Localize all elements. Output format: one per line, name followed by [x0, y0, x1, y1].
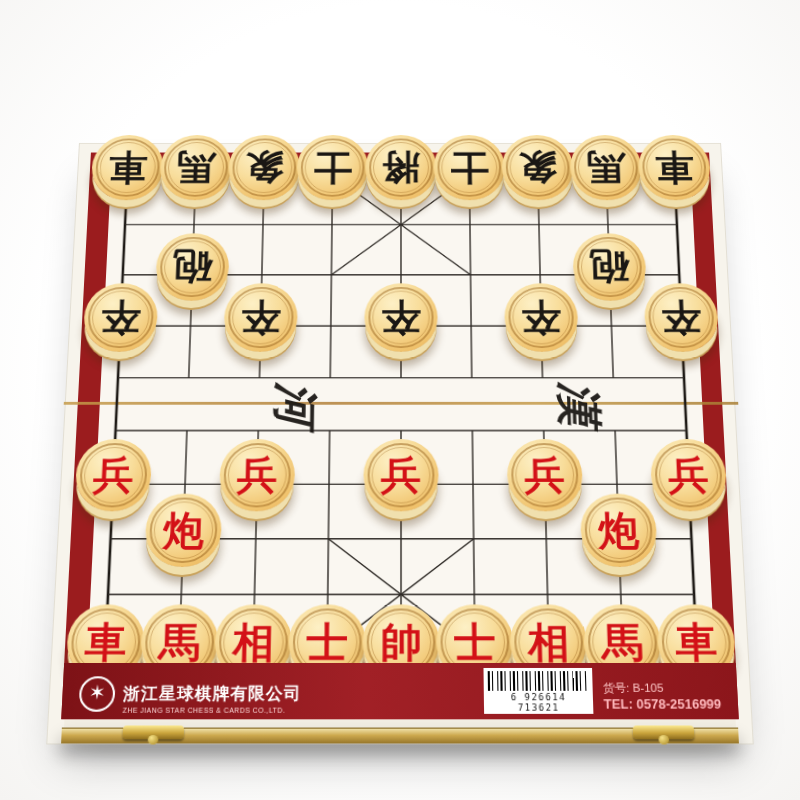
piece-character: 相 — [527, 621, 570, 662]
piece-character: 兵 — [381, 456, 422, 495]
piece-character: 卒 — [100, 299, 141, 336]
item-number: 货号: B-105 — [603, 681, 721, 696]
barcode-digits: 6 926614 713621 — [488, 692, 589, 713]
piece-black-soldier[interactable]: 卒 — [364, 283, 437, 352]
barcode-bars — [488, 671, 589, 691]
brand-block: ✶ 浙江星球棋牌有限公司 ZHE JIANG STAR CHESS & CARD… — [78, 676, 301, 714]
barcode: 6 926614 713621 — [484, 668, 594, 714]
piece-character: 卒 — [241, 299, 281, 336]
folding-board: 河 漢 車馬象士將士象馬車砲砲卒卒卒卒卒兵兵兵兵兵炮炮車馬相士帥士相馬車 ✶ 浙… — [46, 143, 754, 745]
piece-character: 將 — [382, 150, 421, 185]
piece-character: 砲 — [589, 249, 629, 285]
board-playing-field: 河 漢 車馬象士將士象馬車砲砲卒卒卒卒卒兵兵兵兵兵炮炮車馬相士帥士相馬車 — [87, 167, 715, 663]
xiangqi-board: 河 漢 車馬象士將士象馬車砲砲卒卒卒卒卒兵兵兵兵兵炮炮車馬相士帥士相馬車 ✶ 浙… — [46, 143, 754, 745]
piece-character: 兵 — [667, 456, 709, 495]
product-photo-scene: 河 漢 車馬象士將士象馬車砲砲卒卒卒卒卒兵兵兵兵兵炮炮車馬相士帥士相馬車 ✶ 浙… — [0, 0, 800, 800]
piece-character: 炮 — [162, 510, 204, 550]
piece-character: 士 — [313, 150, 352, 185]
piece-character: 馬 — [601, 621, 644, 662]
brass-hinge-left — [122, 725, 184, 739]
river-calligraphy-left: 河 — [263, 382, 326, 426]
piece-black-elephant[interactable]: 象 — [501, 135, 574, 200]
piece-character: 帥 — [380, 621, 422, 662]
brass-hinge-right — [633, 725, 695, 739]
piece-character: 士 — [306, 621, 348, 662]
piece-character: 士 — [450, 150, 489, 185]
piece-character: 兵 — [236, 456, 277, 495]
piece-character: 砲 — [172, 249, 212, 285]
river-calligraphy-right: 漢 — [547, 382, 610, 426]
maker-band: ✶ 浙江星球棋牌有限公司 ZHE JIANG STAR CHESS & CARD… — [61, 663, 738, 719]
piece-character: 士 — [454, 621, 496, 662]
piece-character: 兵 — [92, 456, 134, 495]
piece-black-advisor[interactable]: 士 — [433, 135, 505, 200]
piece-character: 馬 — [176, 150, 216, 185]
company-name-cn: 浙江星球棋牌有限公司 — [123, 684, 302, 706]
piece-character: 車 — [675, 621, 718, 662]
piece-character: 象 — [518, 150, 557, 185]
piece-character: 卒 — [521, 299, 561, 336]
piece-character: 卒 — [661, 299, 702, 336]
piece-character: 馬 — [586, 150, 626, 185]
telephone: TEL: 0578-2516999 — [603, 696, 721, 714]
piece-black-general[interactable]: 將 — [365, 135, 437, 200]
star-globe-logo-icon: ✶ — [78, 676, 115, 712]
piece-character: 兵 — [524, 456, 565, 495]
board-fold-edge — [61, 728, 739, 744]
piece-character: 相 — [232, 621, 275, 662]
piece-character: 象 — [245, 150, 284, 185]
board-maroon-border: 河 漢 車馬象士將士象馬車砲砲卒卒卒卒卒兵兵兵兵兵炮炮車馬相士帥士相馬車 ✶ 浙… — [61, 153, 738, 720]
piece-character: 馬 — [158, 621, 201, 662]
piece-character: 炮 — [597, 510, 639, 550]
piece-character: 卒 — [381, 299, 421, 336]
piece-black-horse[interactable]: 馬 — [569, 135, 642, 200]
piece-character: 車 — [654, 150, 694, 185]
piece-character: 車 — [108, 150, 148, 185]
piece-black-soldier[interactable]: 卒 — [504, 283, 579, 352]
piece-black-advisor[interactable]: 士 — [296, 135, 368, 200]
company-name-en: ZHE JIANG STAR CHESS & CARDS CO.,LTD. — [123, 707, 302, 714]
piece-red-soldier[interactable]: 兵 — [363, 440, 438, 512]
piece-character: 車 — [84, 621, 127, 662]
